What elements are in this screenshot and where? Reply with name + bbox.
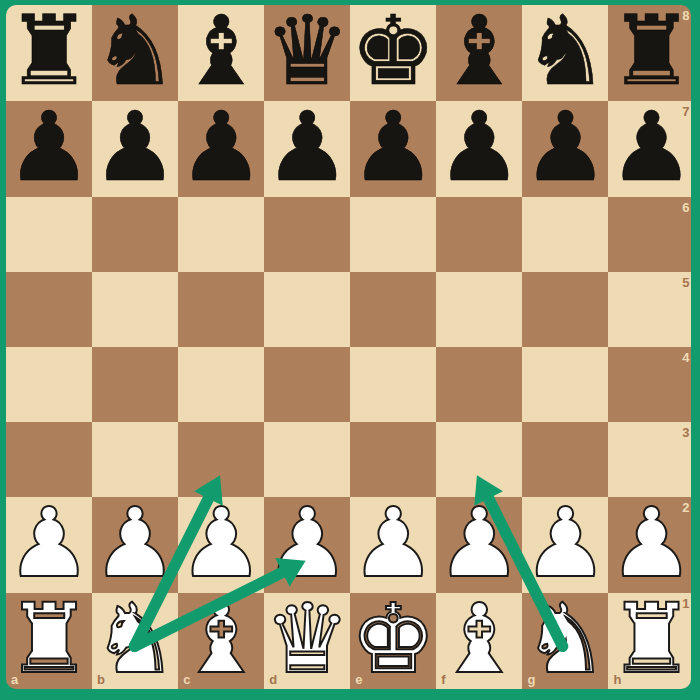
square-h5[interactable]: 5	[608, 272, 691, 347]
file-label-c: c	[183, 673, 190, 686]
square-d2[interactable]: ♟︎	[264, 497, 350, 593]
square-e6[interactable]	[350, 197, 436, 272]
square-h2[interactable]: ♟︎2	[608, 497, 691, 593]
square-d4[interactable]	[264, 347, 350, 422]
square-c2[interactable]: ♟︎	[178, 497, 264, 593]
file-label-d: d	[269, 673, 277, 686]
square-e1[interactable]: ♚︎e	[350, 593, 436, 689]
rank-label-7: 7	[682, 105, 689, 118]
piece-white-bishop[interactable]: ♝︎	[178, 591, 264, 687]
piece-white-rook[interactable]: ♜︎	[6, 591, 92, 687]
square-b1[interactable]: ♞︎b	[92, 593, 178, 689]
square-h7[interactable]: ♟︎7	[608, 101, 691, 197]
square-f6[interactable]	[436, 197, 522, 272]
piece-black-bishop[interactable]: ♝︎	[436, 5, 522, 99]
square-d5[interactable]	[264, 272, 350, 347]
square-c1[interactable]: ♝︎c	[178, 593, 264, 689]
rank-label-2: 2	[682, 501, 689, 514]
square-b7[interactable]: ♟︎	[92, 101, 178, 197]
rank-label-4: 4	[682, 351, 689, 364]
square-f7[interactable]: ♟︎	[436, 101, 522, 197]
file-label-g: g	[527, 673, 535, 686]
square-e4[interactable]	[350, 347, 436, 422]
piece-white-pawn[interactable]: ♟︎	[6, 495, 92, 591]
piece-black-queen[interactable]: ♛︎	[264, 5, 350, 99]
piece-black-knight[interactable]: ♞︎	[92, 5, 178, 99]
rank-label-1: 1	[682, 597, 689, 610]
square-d1[interactable]: ♛︎d	[264, 593, 350, 689]
square-g8[interactable]: ♞︎	[522, 5, 608, 101]
square-b3[interactable]	[92, 422, 178, 497]
square-h3[interactable]: 3	[608, 422, 691, 497]
file-label-e: e	[355, 673, 362, 686]
square-e5[interactable]	[350, 272, 436, 347]
square-a2[interactable]: ♟︎	[6, 497, 92, 593]
piece-white-knight[interactable]: ♞︎	[92, 591, 178, 687]
square-g1[interactable]: ♞︎g	[522, 593, 608, 689]
square-c3[interactable]	[178, 422, 264, 497]
piece-black-pawn[interactable]: ♟︎	[350, 99, 436, 195]
square-b8[interactable]: ♞︎	[92, 5, 178, 101]
square-e8[interactable]: ♚︎	[350, 5, 436, 101]
square-e7[interactable]: ♟︎	[350, 101, 436, 197]
piece-white-pawn[interactable]: ♟︎	[608, 495, 691, 591]
square-b5[interactable]	[92, 272, 178, 347]
piece-black-pawn[interactable]: ♟︎	[92, 99, 178, 195]
square-f5[interactable]	[436, 272, 522, 347]
rank-label-5: 5	[682, 276, 689, 289]
square-h8[interactable]: ♜︎8	[608, 5, 691, 101]
piece-black-pawn[interactable]: ♟︎	[608, 99, 691, 195]
square-f2[interactable]: ♟︎	[436, 497, 522, 593]
square-d3[interactable]	[264, 422, 350, 497]
piece-white-pawn[interactable]: ♟︎	[92, 495, 178, 591]
square-e3[interactable]	[350, 422, 436, 497]
square-f1[interactable]: ♝︎f	[436, 593, 522, 689]
square-g3[interactable]	[522, 422, 608, 497]
square-g5[interactable]	[522, 272, 608, 347]
square-b6[interactable]	[92, 197, 178, 272]
square-c4[interactable]	[178, 347, 264, 422]
piece-white-pawn[interactable]: ♟︎	[264, 495, 350, 591]
square-f4[interactable]	[436, 347, 522, 422]
piece-white-pawn[interactable]: ♟︎	[522, 495, 608, 591]
square-c7[interactable]: ♟︎	[178, 101, 264, 197]
piece-black-king[interactable]: ♚︎	[350, 5, 436, 99]
square-e2[interactable]: ♟︎	[350, 497, 436, 593]
piece-black-rook[interactable]: ♜︎	[6, 5, 92, 99]
square-b4[interactable]	[92, 347, 178, 422]
square-h4[interactable]: 4	[608, 347, 691, 422]
square-a5[interactable]	[6, 272, 92, 347]
piece-white-king[interactable]: ♚︎	[350, 591, 436, 687]
piece-white-pawn[interactable]: ♟︎	[178, 495, 264, 591]
piece-black-rook[interactable]: ♜︎	[608, 5, 691, 99]
square-f8[interactable]: ♝︎	[436, 5, 522, 101]
square-c5[interactable]	[178, 272, 264, 347]
piece-black-knight[interactable]: ♞︎	[522, 5, 608, 99]
square-g2[interactable]: ♟︎	[522, 497, 608, 593]
square-g6[interactable]	[522, 197, 608, 272]
piece-black-pawn[interactable]: ♟︎	[436, 99, 522, 195]
square-a4[interactable]	[6, 347, 92, 422]
square-f3[interactable]	[436, 422, 522, 497]
square-g4[interactable]	[522, 347, 608, 422]
piece-white-rook[interactable]: ♜︎	[608, 591, 691, 687]
piece-white-queen[interactable]: ♛︎	[264, 591, 350, 687]
rank-label-8: 8	[682, 9, 689, 22]
piece-black-bishop[interactable]: ♝︎	[178, 5, 264, 99]
rank-label-6: 6	[682, 201, 689, 214]
piece-black-pawn[interactable]: ♟︎	[264, 99, 350, 195]
board-frame: ♜︎♞︎♝︎♛︎♚︎♝︎♞︎♜︎8♟︎♟︎♟︎♟︎♟︎♟︎♟︎♟︎76543♟︎…	[0, 0, 700, 700]
square-d6[interactable]	[264, 197, 350, 272]
chess-board[interactable]: ♜︎♞︎♝︎♛︎♚︎♝︎♞︎♜︎8♟︎♟︎♟︎♟︎♟︎♟︎♟︎♟︎76543♟︎…	[6, 5, 691, 689]
piece-white-pawn[interactable]: ♟︎	[350, 495, 436, 591]
piece-black-pawn[interactable]: ♟︎	[178, 99, 264, 195]
file-label-h: h	[613, 673, 621, 686]
square-a6[interactable]	[6, 197, 92, 272]
square-a1[interactable]: ♜︎a	[6, 593, 92, 689]
square-a3[interactable]	[6, 422, 92, 497]
piece-white-bishop[interactable]: ♝︎	[436, 591, 522, 687]
piece-black-pawn[interactable]: ♟︎	[6, 99, 92, 195]
piece-black-pawn[interactable]: ♟︎	[522, 99, 608, 195]
square-h1[interactable]: ♜︎1h	[608, 593, 691, 689]
square-a7[interactable]: ♟︎	[6, 101, 92, 197]
file-label-f: f	[441, 673, 445, 686]
piece-white-knight[interactable]: ♞︎	[522, 591, 608, 687]
square-c6[interactable]	[178, 197, 264, 272]
rank-label-3: 3	[682, 426, 689, 439]
file-label-b: b	[97, 673, 105, 686]
square-c8[interactable]: ♝︎	[178, 5, 264, 101]
square-h6[interactable]: 6	[608, 197, 691, 272]
square-a8[interactable]: ♜︎	[6, 5, 92, 101]
square-d8[interactable]: ♛︎	[264, 5, 350, 101]
piece-white-pawn[interactable]: ♟︎	[436, 495, 522, 591]
square-b2[interactable]: ♟︎	[92, 497, 178, 593]
square-d7[interactable]: ♟︎	[264, 101, 350, 197]
square-g7[interactable]: ♟︎	[522, 101, 608, 197]
file-label-a: a	[11, 673, 18, 686]
